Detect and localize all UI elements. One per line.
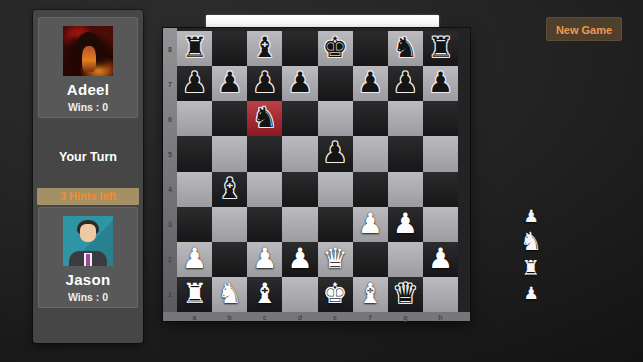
file-label-h: h: [438, 313, 442, 320]
file-coordinate-strip: [163, 312, 470, 321]
avatar-tie: [86, 254, 90, 266]
square-g8[interactable]: ♞: [388, 31, 423, 66]
black-bishop-piece: ♝: [212, 172, 247, 207]
square-h5[interactable]: [423, 136, 458, 171]
file-label-e: e: [333, 313, 337, 320]
square-h7[interactable]: ♟: [423, 66, 458, 101]
square-c4[interactable]: [247, 172, 282, 207]
file-label-c: c: [263, 313, 267, 320]
rank-label-6: 6: [168, 115, 172, 122]
black-pawn-piece: ♟: [177, 66, 212, 101]
square-b5[interactable]: [212, 136, 247, 171]
square-a3[interactable]: [177, 207, 212, 242]
square-c6[interactable]: ♞: [247, 101, 282, 136]
turn-indicator: Your Turn: [33, 150, 143, 164]
new-game-button[interactable]: New Game: [546, 17, 622, 41]
square-c8[interactable]: ♝: [247, 31, 282, 66]
white-pawn-piece: ♟: [282, 242, 317, 277]
square-d2[interactable]: ♟: [282, 242, 317, 277]
square-f2[interactable]: [353, 242, 388, 277]
square-g5[interactable]: [388, 136, 423, 171]
square-h2[interactable]: ♟: [423, 242, 458, 277]
square-f7[interactable]: ♟: [353, 66, 388, 101]
square-a6[interactable]: [177, 101, 212, 136]
black-bishop-piece: ♝: [247, 31, 282, 66]
avatar-face: [80, 224, 96, 242]
white-bishop-piece: ♝: [353, 277, 388, 312]
captured-white-rook-icon: ♜: [522, 255, 541, 281]
white-pawn-piece: ♟: [177, 242, 212, 277]
square-e4[interactable]: [318, 172, 353, 207]
rank-label-1: 1: [168, 291, 172, 298]
black-pawn-piece: ♟: [423, 66, 458, 101]
rank-coordinate-strip: [163, 28, 177, 321]
white-pawn-piece: ♟: [423, 242, 458, 277]
square-h3[interactable]: [423, 207, 458, 242]
file-label-d: d: [298, 313, 302, 320]
square-g2[interactable]: [388, 242, 423, 277]
chess-board: ♜♝♚♞♜♟♟♟♟♟♟♟♞♟♝♟♟♟♟♟♛♟♜♞♝♚♝♛: [177, 31, 458, 312]
white-bishop-piece: ♝: [247, 277, 282, 312]
square-h1[interactable]: [423, 277, 458, 312]
player-wins-jason: Wins : 0: [68, 291, 108, 303]
captured-white-knight-icon: ♞: [520, 228, 542, 255]
black-pawn-piece: ♟: [282, 66, 317, 101]
white-rook-piece: ♜: [177, 277, 212, 312]
captured-pieces-tray: ♟♞♜♟: [513, 204, 549, 305]
square-c7[interactable]: ♟: [247, 66, 282, 101]
square-h8[interactable]: ♜: [423, 31, 458, 66]
black-pawn-piece: ♟: [247, 66, 282, 101]
black-king-piece: ♚: [318, 31, 353, 66]
black-pawn-piece: ♟: [212, 66, 247, 101]
captured-white-pawn-icon: ♟: [523, 281, 538, 305]
square-g7[interactable]: ♟: [388, 66, 423, 101]
square-d5[interactable]: [282, 136, 317, 171]
player-name-jason: Jason: [66, 271, 111, 288]
square-b6[interactable]: [212, 101, 247, 136]
square-g3[interactable]: ♟: [388, 207, 423, 242]
white-pawn-piece: ♟: [353, 207, 388, 242]
square-c3[interactable]: [247, 207, 282, 242]
square-e5[interactable]: ♟: [318, 136, 353, 171]
square-c5[interactable]: [247, 136, 282, 171]
square-d7[interactable]: ♟: [282, 66, 317, 101]
square-g6[interactable]: [388, 101, 423, 136]
square-b2[interactable]: [212, 242, 247, 277]
square-d3[interactable]: [282, 207, 317, 242]
square-f8[interactable]: [353, 31, 388, 66]
chess-app-window: Adeel Wins : 0 Your Turn 3 Hints left Ja…: [0, 0, 643, 362]
square-e1[interactable]: ♚: [318, 277, 353, 312]
square-g4[interactable]: [388, 172, 423, 207]
square-f1[interactable]: ♝: [353, 277, 388, 312]
rank-label-4: 4: [168, 186, 172, 193]
square-e7[interactable]: [318, 66, 353, 101]
rank-label-7: 7: [168, 80, 172, 87]
white-pawn-piece: ♟: [247, 242, 282, 277]
square-a4[interactable]: [177, 172, 212, 207]
square-h4[interactable]: [423, 172, 458, 207]
square-e2[interactable]: ♛: [318, 242, 353, 277]
square-e8[interactable]: ♚: [318, 31, 353, 66]
square-d6[interactable]: [282, 101, 317, 136]
square-d4[interactable]: [282, 172, 317, 207]
square-c1[interactable]: ♝: [247, 277, 282, 312]
black-rook-piece: ♜: [177, 31, 212, 66]
black-pawn-piece: ♟: [388, 66, 423, 101]
square-b8[interactable]: [212, 31, 247, 66]
white-knight-piece: ♞: [212, 277, 247, 312]
square-a8[interactable]: ♜: [177, 31, 212, 66]
square-a2[interactable]: ♟: [177, 242, 212, 277]
chess-board-frame: ♜♝♚♞♜♟♟♟♟♟♟♟♞♟♝♟♟♟♟♟♛♟♜♞♝♚♝♛ abcdefgh876…: [163, 28, 470, 321]
adeel-avatar: [63, 26, 113, 76]
rank-label-8: 8: [168, 45, 172, 52]
file-label-f: f: [369, 313, 371, 320]
file-label-b: b: [228, 313, 232, 320]
player-card-jason: Jason Wins : 0: [38, 207, 138, 308]
square-h6[interactable]: [423, 101, 458, 136]
black-queen-piece: ♛: [388, 277, 423, 312]
player-wins-adeel: Wins : 0: [68, 101, 108, 113]
jason-avatar: [63, 216, 113, 266]
square-g1[interactable]: ♛: [388, 277, 423, 312]
black-rook-piece: ♜: [423, 31, 458, 66]
square-b3[interactable]: [212, 207, 247, 242]
square-f5[interactable]: [353, 136, 388, 171]
square-a5[interactable]: [177, 136, 212, 171]
player-name-adeel: Adeel: [67, 81, 109, 98]
black-pawn-piece: ♟: [353, 66, 388, 101]
captured-white-pawn-icon: ♟: [523, 204, 538, 228]
player-card-adeel: Adeel Wins : 0: [38, 17, 138, 118]
square-e3[interactable]: [318, 207, 353, 242]
white-pawn-piece: ♟: [388, 207, 423, 242]
square-b7[interactable]: ♟: [212, 66, 247, 101]
sidebar: Adeel Wins : 0 Your Turn 3 Hints left Ja…: [33, 10, 143, 343]
square-d8[interactable]: [282, 31, 317, 66]
black-knight-piece: ♞: [388, 31, 423, 66]
file-label-g: g: [403, 313, 407, 320]
black-pawn-piece: ♟: [318, 136, 353, 171]
file-label-a: a: [193, 313, 197, 320]
square-f3[interactable]: ♟: [353, 207, 388, 242]
rank-label-3: 3: [168, 221, 172, 228]
square-a7[interactable]: ♟: [177, 66, 212, 101]
square-f4[interactable]: [353, 172, 388, 207]
square-b1[interactable]: ♞: [212, 277, 247, 312]
square-c2[interactable]: ♟: [247, 242, 282, 277]
square-e6[interactable]: [318, 101, 353, 136]
square-b4[interactable]: ♝: [212, 172, 247, 207]
white-king-piece: ♚: [318, 277, 353, 312]
square-d1[interactable]: [282, 277, 317, 312]
black-knight-piece: ♞: [247, 101, 282, 136]
square-a1[interactable]: ♜: [177, 277, 212, 312]
rank-label-2: 2: [168, 256, 172, 263]
square-f6[interactable]: [353, 101, 388, 136]
rank-label-5: 5: [168, 150, 172, 157]
timer-bar: [206, 15, 439, 28]
hints-button[interactable]: 3 Hints left: [37, 188, 139, 205]
white-queen-piece: ♛: [318, 242, 353, 277]
